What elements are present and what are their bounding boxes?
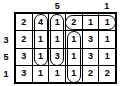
grid-cell-r3c1[interactable]: 3	[16, 49, 32, 65]
grid-cell-r1c3[interactable]: 1	[49, 14, 65, 30]
grid-cell-r2c2[interactable]: 1	[33, 31, 49, 47]
puzzle-screenshot: 241211211131313131311122 51351	[0, 0, 120, 86]
grid-cell-r2c3[interactable]: 1	[49, 31, 65, 47]
grid-cell-r3c2[interactable]: 1	[33, 49, 49, 65]
top-clue-col3: 5	[52, 1, 62, 11]
grid-cell-r1c6[interactable]: 1	[99, 14, 115, 30]
top-clue-col6: 1	[102, 1, 112, 11]
grid-cell-r1c1[interactable]: 2	[16, 14, 32, 30]
grid-cell-r2c4[interactable]: 1	[66, 31, 82, 47]
grid-cell-r1c2[interactable]: 4	[33, 14, 49, 30]
grid-cell-r4c4[interactable]: 1	[66, 66, 82, 82]
left-clue-row2: 3	[1, 35, 11, 45]
grid-cell-r3c4[interactable]: 1	[66, 49, 82, 65]
grid-cell-r1c5[interactable]: 1	[83, 14, 99, 30]
puzzle-board: 241211211131313131311122	[14, 12, 117, 84]
grid-cell-r2c6[interactable]: 1	[99, 31, 115, 47]
grid-cell-r2c1[interactable]: 2	[16, 31, 32, 47]
grid-cell-r4c1[interactable]: 3	[16, 66, 32, 82]
grid-cell-r4c5[interactable]: 2	[83, 66, 99, 82]
grid-cell-r2c5[interactable]: 3	[83, 31, 99, 47]
grid-cell-r3c5[interactable]: 3	[83, 49, 99, 65]
grid-cell-r3c3[interactable]: 3	[49, 49, 65, 65]
grid-cell-r4c3[interactable]: 1	[49, 66, 65, 82]
grid-cell-r4c2[interactable]: 1	[33, 66, 49, 82]
grid-cell-r4c6[interactable]: 2	[99, 66, 115, 82]
left-clue-row3: 5	[1, 52, 11, 62]
grid-cell-r3c6[interactable]: 1	[99, 49, 115, 65]
grid-cell-r1c4[interactable]: 2	[66, 14, 82, 30]
left-clue-row4: 1	[1, 69, 11, 79]
